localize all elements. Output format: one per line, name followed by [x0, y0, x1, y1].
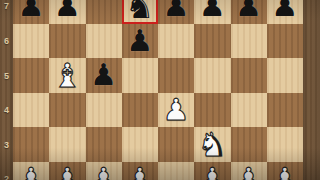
- square-f2[interactable]: ♟: [194, 162, 230, 180]
- square-h5[interactable]: [267, 58, 303, 93]
- piece-black-pawn-d6[interactable]: ♟: [126, 26, 153, 56]
- square-a5[interactable]: [13, 58, 49, 93]
- piece-black-pawn-h7[interactable]: ♟: [271, 0, 298, 21]
- square-a4[interactable]: [13, 93, 49, 128]
- square-a6[interactable]: [13, 24, 49, 59]
- piece-white-pawn-f2[interactable]: ♟: [199, 164, 226, 180]
- square-a3[interactable]: [13, 127, 49, 162]
- square-g6[interactable]: [231, 24, 267, 59]
- piece-white-pawn-c2[interactable]: ♟: [90, 164, 117, 180]
- square-g5[interactable]: [231, 58, 267, 93]
- piece-white-bishop-b5[interactable]: ♝: [53, 59, 83, 92]
- chessboard-screenshot: ♟♟♞♟♟♟♟♟♝♟♟♞♟♟♟♟♟♟♟ 765432: [0, 0, 320, 180]
- square-f4[interactable]: [194, 93, 230, 128]
- square-a7[interactable]: ♟: [13, 0, 49, 24]
- square-h7[interactable]: ♟: [267, 0, 303, 24]
- square-g2[interactable]: ♟: [231, 162, 267, 180]
- square-e5[interactable]: [158, 58, 194, 93]
- square-h2[interactable]: ♟: [267, 162, 303, 180]
- square-b2[interactable]: ♟: [49, 162, 85, 180]
- square-e3[interactable]: [158, 127, 194, 162]
- square-d5[interactable]: [122, 58, 158, 93]
- square-e7[interactable]: ♟: [158, 0, 194, 24]
- square-a2[interactable]: ♟: [13, 162, 49, 180]
- square-d4[interactable]: [122, 93, 158, 128]
- piece-black-pawn-g7[interactable]: ♟: [235, 0, 262, 21]
- piece-white-pawn-b2[interactable]: ♟: [54, 164, 81, 180]
- rank-label-5: 5: [0, 71, 13, 81]
- square-c7[interactable]: [86, 0, 122, 24]
- square-b5[interactable]: ♝: [49, 58, 85, 93]
- square-b3[interactable]: [49, 127, 85, 162]
- piece-white-pawn-d2[interactable]: ♟: [126, 164, 153, 180]
- square-g7[interactable]: ♟: [231, 0, 267, 24]
- square-f3[interactable]: ♞: [194, 127, 230, 162]
- square-c3[interactable]: [86, 127, 122, 162]
- square-b7[interactable]: ♟: [49, 0, 85, 24]
- square-h4[interactable]: [267, 93, 303, 128]
- square-c2[interactable]: ♟: [86, 162, 122, 180]
- square-e4[interactable]: ♟: [158, 93, 194, 128]
- rank-label-strip: 765432: [0, 0, 13, 180]
- square-c4[interactable]: [86, 93, 122, 128]
- piece-white-pawn-e4[interactable]: ♟: [163, 95, 190, 125]
- piece-black-pawn-f7[interactable]: ♟: [199, 0, 226, 21]
- square-g4[interactable]: [231, 93, 267, 128]
- square-b4[interactable]: [49, 93, 85, 128]
- square-g3[interactable]: [231, 127, 267, 162]
- piece-black-pawn-e7[interactable]: ♟: [163, 0, 190, 21]
- square-e6[interactable]: [158, 24, 194, 59]
- square-f5[interactable]: [194, 58, 230, 93]
- rank-label-7: 7: [0, 1, 13, 11]
- piece-white-pawn-g2[interactable]: ♟: [235, 164, 262, 180]
- piece-white-pawn-h2[interactable]: ♟: [271, 164, 298, 180]
- square-d7[interactable]: ♞: [122, 0, 158, 24]
- square-c5[interactable]: ♟: [86, 58, 122, 93]
- square-d6[interactable]: ♟: [122, 24, 158, 59]
- rank-label-4: 4: [0, 105, 13, 115]
- square-d2[interactable]: ♟: [122, 162, 158, 180]
- piece-black-knight-d7[interactable]: ♞: [125, 0, 155, 23]
- square-e2[interactable]: [158, 162, 194, 180]
- piece-white-pawn-a2[interactable]: ♟: [18, 164, 45, 180]
- square-c6[interactable]: [86, 24, 122, 59]
- square-f6[interactable]: [194, 24, 230, 59]
- chess-board: ♟♟♞♟♟♟♟♟♝♟♟♞♟♟♟♟♟♟♟: [13, 0, 303, 180]
- rank-label-2: 2: [0, 174, 13, 180]
- piece-black-pawn-b7[interactable]: ♟: [54, 0, 81, 21]
- piece-white-knight-f3[interactable]: ♞: [198, 128, 228, 161]
- square-h3[interactable]: [267, 127, 303, 162]
- rank-label-3: 3: [0, 140, 13, 150]
- piece-black-pawn-a7[interactable]: ♟: [18, 0, 45, 21]
- square-b6[interactable]: [49, 24, 85, 59]
- piece-black-pawn-c5[interactable]: ♟: [90, 60, 117, 90]
- square-f7[interactable]: ♟: [194, 0, 230, 24]
- square-d3[interactable]: [122, 127, 158, 162]
- square-h6[interactable]: [267, 24, 303, 59]
- rank-label-6: 6: [0, 36, 13, 46]
